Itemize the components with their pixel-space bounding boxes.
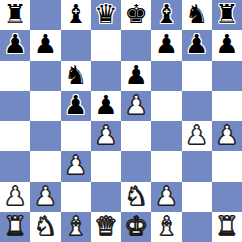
square-g7[interactable]: ♟ xyxy=(182,30,212,60)
square-e7[interactable] xyxy=(121,30,151,60)
piece-black-pawn: ♟ xyxy=(215,31,238,57)
square-b1[interactable]: ♞ xyxy=(30,212,60,242)
square-h2[interactable] xyxy=(212,182,242,212)
square-b8[interactable] xyxy=(30,0,60,30)
square-h8[interactable]: ♜ xyxy=(212,0,242,30)
square-c7[interactable] xyxy=(61,30,91,60)
square-g4[interactable]: ♟ xyxy=(182,121,212,151)
square-f7[interactable]: ♟ xyxy=(151,30,181,60)
square-c4[interactable] xyxy=(61,121,91,151)
square-d2[interactable] xyxy=(91,182,121,212)
piece-black-rook: ♜ xyxy=(215,1,238,27)
square-f5[interactable] xyxy=(151,91,181,121)
square-b4[interactable] xyxy=(30,121,60,151)
square-a8[interactable]: ♜ xyxy=(0,0,30,30)
square-d4[interactable]: ♟ xyxy=(91,121,121,151)
piece-black-rook: ♜ xyxy=(3,1,26,27)
piece-white-pawn: ♟ xyxy=(215,122,238,148)
square-e4[interactable] xyxy=(121,121,151,151)
square-e2[interactable]: ♞ xyxy=(121,182,151,212)
square-c5[interactable]: ♟ xyxy=(61,91,91,121)
piece-white-queen: ♛ xyxy=(94,213,117,239)
piece-white-pawn: ♟ xyxy=(34,183,57,209)
piece-black-queen: ♛ xyxy=(94,1,117,27)
square-d3[interactable] xyxy=(91,151,121,181)
square-c3[interactable]: ♟ xyxy=(61,151,91,181)
square-a7[interactable]: ♟ xyxy=(0,30,30,60)
square-b7[interactable]: ♟ xyxy=(30,30,60,60)
square-c1[interactable]: ♝ xyxy=(61,212,91,242)
square-d1[interactable]: ♛ xyxy=(91,212,121,242)
square-b3[interactable] xyxy=(30,151,60,181)
square-d8[interactable]: ♛ xyxy=(91,0,121,30)
square-h5[interactable] xyxy=(212,91,242,121)
square-f3[interactable] xyxy=(151,151,181,181)
square-a2[interactable]: ♟ xyxy=(0,182,30,212)
piece-black-bishop: ♝ xyxy=(155,1,178,27)
square-f1[interactable]: ♝ xyxy=(151,212,181,242)
square-e8[interactable]: ♚ xyxy=(121,0,151,30)
square-g3[interactable] xyxy=(182,151,212,181)
square-a6[interactable] xyxy=(0,61,30,91)
piece-black-pawn: ♟ xyxy=(124,62,147,88)
piece-black-pawn: ♟ xyxy=(64,92,87,118)
piece-white-bishop: ♝ xyxy=(64,213,87,239)
square-f8[interactable]: ♝ xyxy=(151,0,181,30)
square-a1[interactable]: ♜ xyxy=(0,212,30,242)
square-e3[interactable] xyxy=(121,151,151,181)
piece-black-bishop: ♝ xyxy=(64,1,87,27)
square-a4[interactable] xyxy=(0,121,30,151)
square-g8[interactable]: ♞ xyxy=(182,0,212,30)
piece-black-pawn: ♟ xyxy=(3,31,26,57)
piece-white-pawn: ♟ xyxy=(185,122,208,148)
piece-white-knight: ♞ xyxy=(124,183,147,209)
square-e5[interactable]: ♟ xyxy=(121,91,151,121)
piece-black-pawn: ♟ xyxy=(34,31,57,57)
square-b5[interactable] xyxy=(30,91,60,121)
piece-black-pawn: ♟ xyxy=(185,31,208,57)
piece-black-knight: ♞ xyxy=(64,62,87,88)
piece-black-king: ♚ xyxy=(124,1,147,27)
square-g5[interactable] xyxy=(182,91,212,121)
square-b2[interactable]: ♟ xyxy=(30,182,60,212)
square-h4[interactable]: ♟ xyxy=(212,121,242,151)
square-d6[interactable] xyxy=(91,61,121,91)
square-f2[interactable]: ♟ xyxy=(151,182,181,212)
piece-white-knight: ♞ xyxy=(34,213,57,239)
square-h3[interactable] xyxy=(212,151,242,181)
square-b6[interactable] xyxy=(30,61,60,91)
piece-white-pawn: ♟ xyxy=(155,183,178,209)
piece-white-king: ♚ xyxy=(124,213,147,239)
piece-white-pawn: ♟ xyxy=(124,92,147,118)
piece-white-pawn: ♟ xyxy=(94,122,117,148)
square-c6[interactable]: ♞ xyxy=(61,61,91,91)
piece-black-pawn: ♟ xyxy=(155,31,178,57)
square-a5[interactable] xyxy=(0,91,30,121)
square-c8[interactable]: ♝ xyxy=(61,0,91,30)
square-e6[interactable]: ♟ xyxy=(121,61,151,91)
piece-white-pawn: ♟ xyxy=(3,183,26,209)
chess-board: ♜♝♛♚♝♞♜♟♟♟♟♟♞♟♟♟♟♟♟♟♟♟♟♞♟♜♞♝♛♚♝♜ xyxy=(0,0,242,242)
square-h6[interactable] xyxy=(212,61,242,91)
piece-white-pawn: ♟ xyxy=(64,152,87,178)
square-e1[interactable]: ♚ xyxy=(121,212,151,242)
square-f6[interactable] xyxy=(151,61,181,91)
square-f4[interactable] xyxy=(151,121,181,151)
piece-white-bishop: ♝ xyxy=(155,213,178,239)
piece-black-knight: ♞ xyxy=(185,1,208,27)
square-a3[interactable] xyxy=(0,151,30,181)
piece-white-rook: ♜ xyxy=(3,213,26,239)
square-g1[interactable] xyxy=(182,212,212,242)
piece-black-pawn: ♟ xyxy=(94,92,117,118)
square-g6[interactable] xyxy=(182,61,212,91)
square-g2[interactable] xyxy=(182,182,212,212)
square-d5[interactable]: ♟ xyxy=(91,91,121,121)
square-d7[interactable] xyxy=(91,30,121,60)
piece-white-rook: ♜ xyxy=(215,213,238,239)
square-h7[interactable]: ♟ xyxy=(212,30,242,60)
square-c2[interactable] xyxy=(61,182,91,212)
square-h1[interactable]: ♜ xyxy=(212,212,242,242)
